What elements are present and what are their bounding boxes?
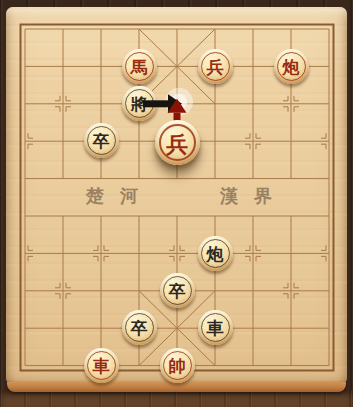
piece-glyph: 帥 xyxy=(169,357,186,374)
piece-glyph: 車 xyxy=(93,357,110,374)
piece-red-cannon[interactable]: 炮 xyxy=(274,49,309,84)
pieces-layer: 馬兵炮將卒兵炮卒卒車車帥 xyxy=(6,10,348,384)
piece-black-chariot[interactable]: 車 xyxy=(198,310,233,345)
piece-red-soldier-selected[interactable]: 兵 xyxy=(155,120,200,165)
piece-red-general[interactable]: 帥 xyxy=(160,348,195,383)
piece-red-chariot[interactable]: 車 xyxy=(84,348,119,383)
piece-red-soldier[interactable]: 兵 xyxy=(198,49,233,84)
piece-glyph: 馬 xyxy=(131,58,148,75)
piece-black-general[interactable]: 將 xyxy=(122,86,157,121)
piece-glyph: 卒 xyxy=(93,133,110,150)
piece-glyph: 卒 xyxy=(169,282,186,299)
piece-red-horse[interactable]: 馬 xyxy=(122,49,157,84)
piece-glyph: 車 xyxy=(207,320,224,337)
piece-glyph: 炮 xyxy=(207,245,224,262)
piece-glyph: 卒 xyxy=(131,320,148,337)
piece-black-cannon[interactable]: 炮 xyxy=(198,236,233,271)
piece-glyph: 將 xyxy=(131,95,148,112)
piece-glyph: 炮 xyxy=(283,58,300,75)
piece-black-soldier[interactable]: 卒 xyxy=(160,273,195,308)
xiangqi-game: 楚河 漢界 馬兵炮將卒兵炮卒卒車車帥 xyxy=(0,0,353,407)
piece-black-soldier[interactable]: 卒 xyxy=(122,310,157,345)
table-surface xyxy=(0,390,353,407)
piece-glyph: 兵 xyxy=(166,132,188,154)
piece-black-soldier[interactable]: 卒 xyxy=(84,123,119,158)
piece-glyph: 兵 xyxy=(207,58,224,75)
